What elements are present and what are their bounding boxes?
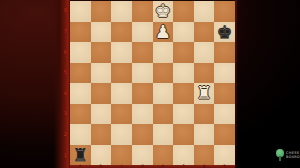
file-label-e: e [153, 163, 174, 168]
square-c2[interactable] [111, 124, 132, 145]
square-b1[interactable] [91, 145, 112, 166]
square-g3[interactable] [194, 104, 215, 125]
screenshot-root: 87654321 ♚♟♚♜♜ abcdefgh CHESS BOARD [0, 0, 300, 168]
square-d5[interactable] [132, 63, 153, 84]
square-g7[interactable] [194, 22, 215, 43]
square-h7[interactable]: ♚ [214, 22, 235, 43]
square-h2[interactable] [214, 124, 235, 145]
board-frame-right [235, 0, 237, 168]
white-rook-g4[interactable]: ♜ [196, 84, 212, 102]
square-e4[interactable] [153, 83, 174, 104]
square-c4[interactable] [111, 83, 132, 104]
square-d8[interactable] [132, 1, 153, 22]
square-c6[interactable] [111, 42, 132, 63]
file-label-c: c [111, 163, 132, 168]
file-label-b: b [91, 163, 112, 168]
file-label-a: a [70, 163, 91, 168]
square-f8[interactable] [173, 1, 194, 22]
watermark: CHESS BOARD [276, 149, 300, 161]
square-h1[interactable] [214, 145, 235, 166]
square-b8[interactable] [91, 1, 112, 22]
square-b2[interactable] [91, 124, 112, 145]
square-a6[interactable] [70, 42, 91, 63]
square-g4[interactable]: ♜ [194, 83, 215, 104]
square-h3[interactable] [214, 104, 235, 125]
square-b5[interactable] [91, 63, 112, 84]
square-f2[interactable] [173, 124, 194, 145]
rank-label-7: 7 [59, 21, 68, 42]
square-b7[interactable] [91, 22, 112, 43]
square-c3[interactable] [111, 104, 132, 125]
watermark-text: CHESS BOARD [286, 151, 300, 159]
square-f6[interactable] [173, 42, 194, 63]
square-d6[interactable] [132, 42, 153, 63]
square-a4[interactable] [70, 83, 91, 104]
tree-icon [276, 149, 284, 161]
watermark-line-2: BOARD [286, 155, 300, 159]
rank-label-5: 5 [59, 62, 68, 83]
square-g5[interactable] [194, 63, 215, 84]
square-d7[interactable] [132, 22, 153, 43]
square-a8[interactable] [70, 1, 91, 22]
rank-label-8: 8 [59, 0, 68, 21]
tree-trunk [279, 156, 281, 161]
square-f3[interactable] [173, 104, 194, 125]
file-label-f: f [173, 163, 194, 168]
file-label-h: h [214, 163, 235, 168]
rank-label-3: 3 [59, 103, 68, 124]
square-e6[interactable] [153, 42, 174, 63]
square-h4[interactable] [214, 83, 235, 104]
square-a7[interactable] [70, 22, 91, 43]
black-king-h7[interactable]: ♚ [217, 23, 233, 41]
square-e2[interactable] [153, 124, 174, 145]
white-pawn-e7[interactable]: ♟ [155, 23, 171, 41]
square-h5[interactable] [214, 63, 235, 84]
square-b4[interactable] [91, 83, 112, 104]
square-a3[interactable] [70, 104, 91, 125]
square-d2[interactable] [132, 124, 153, 145]
rank-label-1: 1 [59, 144, 68, 165]
square-c7[interactable] [111, 22, 132, 43]
square-f4[interactable] [173, 83, 194, 104]
rank-label-4: 4 [59, 83, 68, 104]
square-d4[interactable] [132, 83, 153, 104]
rank-label-2: 2 [59, 124, 68, 145]
square-a2[interactable] [70, 124, 91, 145]
square-g6[interactable] [194, 42, 215, 63]
square-c8[interactable] [111, 1, 132, 22]
file-label-g: g [194, 163, 215, 168]
chess-board[interactable]: ♚♟♚♜♜ [70, 0, 235, 165]
square-h8[interactable] [214, 1, 235, 22]
square-f1[interactable] [173, 145, 194, 166]
square-e7[interactable]: ♟ [153, 22, 174, 43]
rank-label-6: 6 [59, 41, 68, 62]
file-coordinates: abcdefgh [70, 163, 235, 168]
square-g2[interactable] [194, 124, 215, 145]
square-d3[interactable] [132, 104, 153, 125]
square-g1[interactable] [194, 145, 215, 166]
square-e5[interactable] [153, 63, 174, 84]
square-b3[interactable] [91, 104, 112, 125]
black-rook-a1[interactable]: ♜ [72, 146, 88, 164]
square-a5[interactable] [70, 63, 91, 84]
square-f7[interactable] [173, 22, 194, 43]
square-b6[interactable] [91, 42, 112, 63]
square-f5[interactable] [173, 63, 194, 84]
square-d1[interactable] [132, 145, 153, 166]
square-c1[interactable] [111, 145, 132, 166]
square-e3[interactable] [153, 104, 174, 125]
file-label-d: d [132, 163, 153, 168]
square-g8[interactable] [194, 1, 215, 22]
square-a1[interactable]: ♜ [70, 145, 91, 166]
square-e1[interactable] [153, 145, 174, 166]
square-c5[interactable] [111, 63, 132, 84]
white-king-e8[interactable]: ♚ [155, 2, 171, 20]
square-e8[interactable]: ♚ [153, 1, 174, 22]
square-h6[interactable] [214, 42, 235, 63]
rank-coordinates: 87654321 [59, 0, 68, 165]
